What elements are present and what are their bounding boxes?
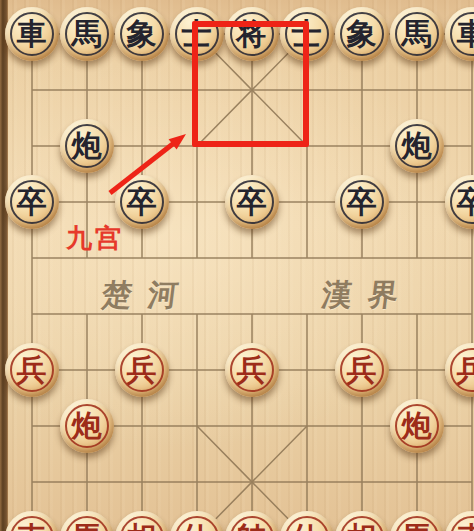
piece-glyph: 兵 [237,355,267,385]
piece-red-elephant[interactable]: 相 [115,511,169,531]
piece-black-soldier[interactable]: 卒 [445,175,474,229]
piece-red-cannon[interactable]: 炮 [390,399,444,453]
piece-glyph: 車 [457,523,474,531]
piece-glyph: 車 [17,19,47,49]
piece-black-horse[interactable]: 馬 [390,7,444,61]
piece-black-chariot[interactable]: 車 [445,7,474,61]
piece-red-soldier[interactable]: 兵 [115,343,169,397]
piece-black-cannon[interactable]: 炮 [60,119,114,173]
piece-glyph: 炮 [402,131,432,161]
piece-glyph: 炮 [72,411,102,441]
piece-red-elephant[interactable]: 相 [335,511,389,531]
piece-glyph: 卒 [17,187,47,217]
piece-glyph: 兵 [17,355,47,385]
piece-red-soldier[interactable]: 兵 [335,343,389,397]
piece-glyph: 象 [347,19,377,49]
piece-red-advisor[interactable]: 仕 [280,511,334,531]
piece-black-horse[interactable]: 馬 [60,7,114,61]
piece-red-soldier[interactable]: 兵 [445,343,474,397]
piece-red-cannon[interactable]: 炮 [60,399,114,453]
piece-glyph: 馬 [402,523,432,531]
piece-black-soldier[interactable]: 卒 [5,175,59,229]
piece-red-general[interactable]: 帥 [225,511,279,531]
piece-glyph: 炮 [402,411,432,441]
piece-glyph: 卒 [347,187,377,217]
piece-glyph: 卒 [457,187,474,217]
piece-red-soldier[interactable]: 兵 [5,343,59,397]
piece-glyph: 車 [17,523,47,531]
piece-glyph: 帥 [237,523,267,531]
palace-highlight-rectangle [192,21,309,147]
xiangqi-board: 楚河 漢界 車馬象士将士象馬車炮炮卒卒卒卒卒兵兵兵兵兵炮炮車馬相仕帥仕相馬車 九… [0,0,474,531]
piece-glyph: 相 [127,523,157,531]
piece-black-soldier[interactable]: 卒 [335,175,389,229]
piece-glyph: 馬 [72,19,102,49]
piece-glyph: 兵 [457,355,474,385]
piece-glyph: 馬 [72,523,102,531]
piece-black-cannon[interactable]: 炮 [390,119,444,173]
piece-glyph: 仕 [182,523,212,531]
piece-glyph: 卒 [127,187,157,217]
piece-glyph: 炮 [72,131,102,161]
piece-black-chariot[interactable]: 車 [5,7,59,61]
piece-red-advisor[interactable]: 仕 [170,511,224,531]
piece-red-chariot[interactable]: 車 [445,511,474,531]
piece-red-chariot[interactable]: 車 [5,511,59,531]
piece-glyph: 兵 [347,355,377,385]
piece-red-horse[interactable]: 馬 [390,511,444,531]
piece-glyph: 相 [347,523,377,531]
piece-black-elephant[interactable]: 象 [335,7,389,61]
piece-red-soldier[interactable]: 兵 [225,343,279,397]
palace-label-text: 九宫 [66,221,124,256]
piece-glyph: 仕 [292,523,322,531]
piece-glyph: 象 [127,19,157,49]
piece-black-soldier[interactable]: 卒 [225,175,279,229]
piece-glyph: 車 [457,19,474,49]
piece-glyph: 卒 [237,187,267,217]
piece-red-horse[interactable]: 馬 [60,511,114,531]
piece-black-elephant[interactable]: 象 [115,7,169,61]
piece-glyph: 兵 [127,355,157,385]
piece-glyph: 馬 [402,19,432,49]
